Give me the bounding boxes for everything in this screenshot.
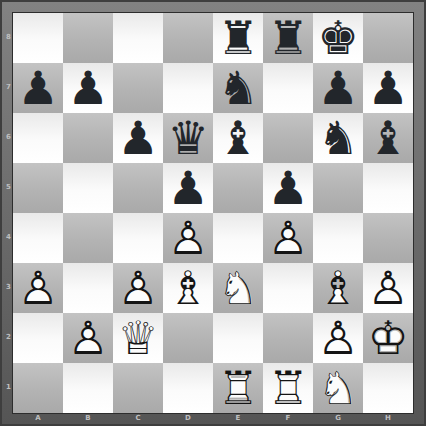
square-c1[interactable] xyxy=(113,363,163,413)
square-a3[interactable]: ♟♙ xyxy=(13,263,63,313)
square-c3[interactable]: ♟♙ xyxy=(113,263,163,313)
white-queen-outline: ♕ xyxy=(113,313,163,363)
white-pawn-glyph: ♟ xyxy=(363,263,413,313)
square-d4[interactable]: ♟♙ xyxy=(163,213,213,263)
rank-label-1: 1 xyxy=(4,383,13,392)
white-bishop-outline: ♗ xyxy=(163,263,213,313)
file-label-c: C xyxy=(113,414,163,423)
black-rook-glyph: ♜ xyxy=(263,13,313,63)
piece-black-knight[interactable]: ♞ xyxy=(213,63,263,113)
white-pawn-outline: ♙ xyxy=(63,313,113,363)
square-d5[interactable]: ♟ xyxy=(163,163,213,213)
square-f5[interactable]: ♟ xyxy=(263,163,313,213)
black-knight-glyph: ♞ xyxy=(213,63,263,113)
square-b6[interactable] xyxy=(63,113,113,163)
square-f6[interactable] xyxy=(263,113,313,163)
white-pawn-outline: ♙ xyxy=(113,263,163,313)
square-a4[interactable] xyxy=(13,213,63,263)
white-pawn-glyph: ♟ xyxy=(13,263,63,313)
piece-white-bishop[interactable]: ♝♗ xyxy=(163,263,213,313)
file-label-f: F xyxy=(263,414,313,423)
square-f7[interactable] xyxy=(263,63,313,113)
square-g2[interactable]: ♟♙ xyxy=(313,313,363,363)
square-c4[interactable] xyxy=(113,213,163,263)
square-b3[interactable] xyxy=(63,263,113,313)
square-f8[interactable]: ♜ xyxy=(263,13,313,63)
square-g4[interactable] xyxy=(313,213,363,263)
square-c7[interactable] xyxy=(113,63,163,113)
square-h7[interactable]: ♟ xyxy=(363,63,413,113)
square-f2[interactable] xyxy=(263,313,313,363)
piece-white-pawn[interactable]: ♟♙ xyxy=(263,213,313,263)
square-e4[interactable] xyxy=(213,213,263,263)
square-h1[interactable] xyxy=(363,363,413,413)
black-king-glyph: ♚ xyxy=(313,13,363,63)
square-h2[interactable]: ♚♔ xyxy=(363,313,413,363)
square-f1[interactable]: ♜♖ xyxy=(263,363,313,413)
piece-black-pawn[interactable]: ♟ xyxy=(263,163,313,213)
square-h6[interactable]: ♝ xyxy=(363,113,413,163)
rank-label-4: 4 xyxy=(4,233,13,242)
black-pawn-glyph: ♟ xyxy=(63,63,113,113)
square-c5[interactable] xyxy=(113,163,163,213)
white-knight-glyph: ♞ xyxy=(213,263,263,313)
square-g1[interactable]: ♞♘ xyxy=(313,363,363,413)
square-h8[interactable] xyxy=(363,13,413,63)
black-bishop-glyph: ♝ xyxy=(363,113,413,163)
square-d3[interactable]: ♝♗ xyxy=(163,263,213,313)
rank-label-6: 6 xyxy=(4,133,13,142)
black-pawn-glyph: ♟ xyxy=(113,113,163,163)
white-rook-outline: ♖ xyxy=(213,363,263,413)
white-bishop-outline: ♗ xyxy=(313,263,363,313)
square-e6[interactable]: ♝ xyxy=(213,113,263,163)
square-g6[interactable]: ♞ xyxy=(313,113,363,163)
white-pawn-outline: ♙ xyxy=(363,263,413,313)
chess-board: ♜♜♚♟♟♞♟♟♟♛♝♞♝♟♟♟♙♟♙♟♙♟♙♝♗♞♘♝♗♟♙♟♙♛♕♟♙♚♔♜… xyxy=(13,13,413,413)
square-b1[interactable] xyxy=(63,363,113,413)
piece-white-bishop[interactable]: ♝♗ xyxy=(313,263,363,313)
square-d6[interactable]: ♛ xyxy=(163,113,213,163)
piece-white-pawn[interactable]: ♟♙ xyxy=(363,263,413,313)
piece-black-pawn[interactable]: ♟ xyxy=(313,63,363,113)
square-a6[interactable] xyxy=(13,113,63,163)
square-g3[interactable]: ♝♗ xyxy=(313,263,363,313)
square-e5[interactable] xyxy=(213,163,263,213)
white-pawn-glyph: ♟ xyxy=(63,313,113,363)
piece-black-bishop[interactable]: ♝ xyxy=(213,113,263,163)
rank-label-7: 7 xyxy=(4,83,13,92)
piece-white-rook[interactable]: ♜♖ xyxy=(263,363,313,413)
square-h5[interactable] xyxy=(363,163,413,213)
black-pawn-glyph: ♟ xyxy=(163,163,213,213)
black-pawn-glyph: ♟ xyxy=(263,163,313,213)
white-knight-glyph: ♞ xyxy=(313,363,363,413)
piece-black-pawn[interactable]: ♟ xyxy=(113,113,163,163)
square-e8[interactable]: ♜ xyxy=(213,13,263,63)
square-d8[interactable] xyxy=(163,13,213,63)
piece-black-pawn[interactable]: ♟ xyxy=(63,63,113,113)
white-bishop-glyph: ♝ xyxy=(163,263,213,313)
square-h4[interactable] xyxy=(363,213,413,263)
file-label-e: E xyxy=(213,414,263,423)
piece-black-bishop[interactable]: ♝ xyxy=(363,113,413,163)
white-pawn-glyph: ♟ xyxy=(263,213,313,263)
piece-black-queen[interactable]: ♛ xyxy=(163,113,213,163)
black-bishop-glyph: ♝ xyxy=(213,113,263,163)
piece-black-rook[interactable]: ♜ xyxy=(213,13,263,63)
square-c2[interactable]: ♛♕ xyxy=(113,313,163,363)
piece-white-queen[interactable]: ♛♕ xyxy=(113,313,163,363)
black-pawn-glyph: ♟ xyxy=(363,63,413,113)
file-label-a: A xyxy=(13,414,63,423)
file-label-g: G xyxy=(313,414,363,423)
white-pawn-glyph: ♟ xyxy=(163,213,213,263)
piece-black-knight[interactable]: ♞ xyxy=(313,113,363,163)
black-pawn-glyph: ♟ xyxy=(13,63,63,113)
square-a8[interactable] xyxy=(13,13,63,63)
white-king-outline: ♔ xyxy=(363,313,413,363)
square-b2[interactable]: ♟♙ xyxy=(63,313,113,363)
piece-white-pawn[interactable]: ♟♙ xyxy=(313,313,363,363)
rank-label-2: 2 xyxy=(4,333,13,342)
black-pawn-glyph: ♟ xyxy=(313,63,363,113)
white-pawn-outline: ♙ xyxy=(263,213,313,263)
piece-white-king[interactable]: ♚♔ xyxy=(363,313,413,363)
square-e1[interactable]: ♜♖ xyxy=(213,363,263,413)
white-rook-glyph: ♜ xyxy=(263,363,313,413)
piece-white-pawn[interactable]: ♟♙ xyxy=(13,263,63,313)
piece-black-pawn[interactable]: ♟ xyxy=(363,63,413,113)
piece-black-pawn[interactable]: ♟ xyxy=(163,163,213,213)
white-pawn-glyph: ♟ xyxy=(313,313,363,363)
square-f4[interactable]: ♟♙ xyxy=(263,213,313,263)
square-e3[interactable]: ♞♘ xyxy=(213,263,263,313)
square-a1[interactable] xyxy=(13,363,63,413)
piece-white-pawn[interactable]: ♟♙ xyxy=(113,263,163,313)
square-d2[interactable] xyxy=(163,313,213,363)
square-b7[interactable]: ♟ xyxy=(63,63,113,113)
white-pawn-glyph: ♟ xyxy=(113,263,163,313)
black-queen-glyph: ♛ xyxy=(163,113,213,163)
square-f3[interactable] xyxy=(263,263,313,313)
square-e7[interactable]: ♞ xyxy=(213,63,263,113)
piece-white-rook[interactable]: ♜♖ xyxy=(213,363,263,413)
file-label-h: H xyxy=(363,414,413,423)
square-c8[interactable] xyxy=(113,13,163,63)
piece-black-king[interactable]: ♚ xyxy=(313,13,363,63)
square-g5[interactable] xyxy=(313,163,363,213)
rank-label-8: 8 xyxy=(4,33,13,42)
board-frame: ♜♜♚♟♟♞♟♟♟♛♝♞♝♟♟♟♙♟♙♟♙♟♙♝♗♞♘♝♗♟♙♟♙♛♕♟♙♚♔♜… xyxy=(0,0,426,426)
square-d7[interactable] xyxy=(163,63,213,113)
square-h3[interactable]: ♟♙ xyxy=(363,263,413,313)
piece-white-pawn[interactable]: ♟♙ xyxy=(63,313,113,363)
piece-white-knight[interactable]: ♞♘ xyxy=(213,263,263,313)
square-c6[interactable]: ♟ xyxy=(113,113,163,163)
piece-white-pawn[interactable]: ♟♙ xyxy=(163,213,213,263)
white-queen-glyph: ♛ xyxy=(113,313,163,363)
square-g8[interactable]: ♚ xyxy=(313,13,363,63)
square-b5[interactable] xyxy=(63,163,113,213)
white-pawn-outline: ♙ xyxy=(163,213,213,263)
square-g7[interactable]: ♟ xyxy=(313,63,363,113)
square-b8[interactable] xyxy=(63,13,113,63)
white-rook-outline: ♖ xyxy=(263,363,313,413)
white-knight-outline: ♘ xyxy=(213,263,263,313)
black-knight-glyph: ♞ xyxy=(313,113,363,163)
white-bishop-glyph: ♝ xyxy=(313,263,363,313)
white-pawn-outline: ♙ xyxy=(313,313,363,363)
white-knight-outline: ♘ xyxy=(313,363,363,413)
white-rook-glyph: ♜ xyxy=(213,363,263,413)
file-label-d: D xyxy=(163,414,213,423)
black-rook-glyph: ♜ xyxy=(213,13,263,63)
square-d1[interactable] xyxy=(163,363,213,413)
white-king-glyph: ♚ xyxy=(363,313,413,363)
square-b4[interactable] xyxy=(63,213,113,263)
white-pawn-outline: ♙ xyxy=(13,263,63,313)
square-a2[interactable] xyxy=(13,313,63,363)
piece-black-rook[interactable]: ♜ xyxy=(263,13,313,63)
rank-label-3: 3 xyxy=(4,283,13,292)
square-a5[interactable] xyxy=(13,163,63,213)
piece-black-pawn[interactable]: ♟ xyxy=(13,63,63,113)
piece-white-knight[interactable]: ♞♘ xyxy=(313,363,363,413)
square-e2[interactable] xyxy=(213,313,263,363)
file-label-b: B xyxy=(63,414,113,423)
rank-label-5: 5 xyxy=(4,183,13,192)
square-a7[interactable]: ♟ xyxy=(13,63,63,113)
